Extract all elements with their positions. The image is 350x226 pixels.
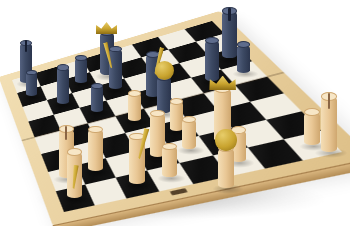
- black-rook-a8-top: [20, 40, 32, 46]
- black-king-d7-gold-crown: [96, 22, 118, 34]
- black-king-d7-top: [100, 29, 114, 36]
- board-plane: [12, 21, 342, 212]
- chess-set-photo: [0, 0, 350, 226]
- black-rook-a8-slit: [25, 40, 27, 51]
- white-rook-frame-top: [321, 92, 338, 101]
- black-rook-h6-top: [222, 7, 236, 14]
- white-rook-frame-slit: [328, 93, 331, 109]
